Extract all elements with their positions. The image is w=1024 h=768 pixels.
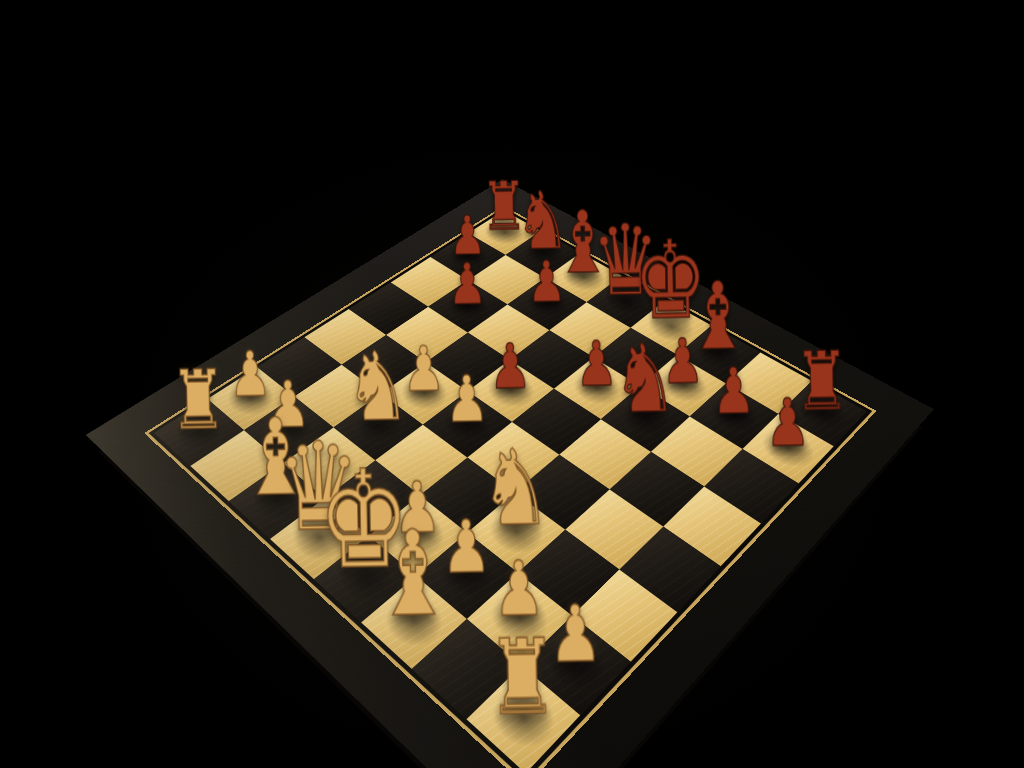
- board-scene: ♜♞♝♛♚♝♜♟♟♟♟♟♟♟♞♟♟♟♞♞♟♟♟♟♟♟♜♝♛♚♝♜: [0, 0, 1024, 768]
- piece-red-pawn-h7[interactable]: ♟: [701, 390, 875, 455]
- square-h6[interactable]: [704, 449, 798, 523]
- piece-red-pawn-b6[interactable]: ♟: [392, 256, 542, 313]
- board-frame: ♜♞♝♛♚♝♜♟♟♟♟♟♟♟♞♟♟♟♞♞♟♟♟♟♟♟♜♝♛♚♝♜: [86, 179, 934, 768]
- square-h1[interactable]: ♜: [467, 665, 581, 768]
- chess-board: ♜♞♝♛♚♝♜♟♟♟♟♟♟♟♞♟♟♟♞♞♟♟♟♟♟♟♜♝♛♚♝♜: [154, 210, 866, 768]
- piece-white-rook-h1[interactable]: ♜: [415, 624, 631, 727]
- photo-backdrop: ♜♞♝♛♚♝♜♟♟♟♟♟♟♟♞♟♟♟♞♞♟♟♟♟♟♟♜♝♛♚♝♜ rnbqkb1…: [0, 0, 1024, 768]
- square-f6[interactable]: ♞: [601, 386, 690, 452]
